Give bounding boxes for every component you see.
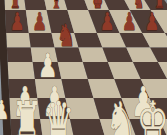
table-background: ♜♝♚♞♜♟♟♟♟♟♟♞♟♟♟♟♜♛♞♚♟: [0, 0, 167, 135]
piece-white-queen-b1[interactable]: ♛: [43, 90, 75, 135]
piece-black-pawn-b7[interactable]: ♟: [32, 8, 47, 36]
piece-black-pawn-a7[interactable]: ♟: [10, 8, 25, 36]
square-c4[interactable]: [58, 62, 88, 79]
piece-black-pawn-g7[interactable]: ♟: [145, 8, 160, 36]
square-a4[interactable]: [8, 62, 35, 79]
piece-black-pawn-e7[interactable]: ♟: [100, 8, 115, 36]
piece-white-knight-d1[interactable]: ♞: [105, 90, 137, 135]
square-a5[interactable]: [7, 48, 33, 63]
piece-black-pawn-f7[interactable]: ♟: [122, 8, 137, 36]
chess-board-3d[interactable]: ♜♝♚♞♜♟♟♟♟♟♟♞♟♟♟♟♜♛♞♚♟: [0, 0, 167, 135]
piece-white-rook-a1[interactable]: ♜: [11, 90, 43, 135]
piece-black-bishop-c8[interactable]: ♝: [51, 0, 61, 11]
piece-black-knight-c6[interactable]: ♞: [57, 18, 76, 53]
piece-white-king-e1[interactable]: ♚: [137, 90, 167, 135]
piece-white-pawn[interactable]: ♟: [0, 94, 9, 124]
